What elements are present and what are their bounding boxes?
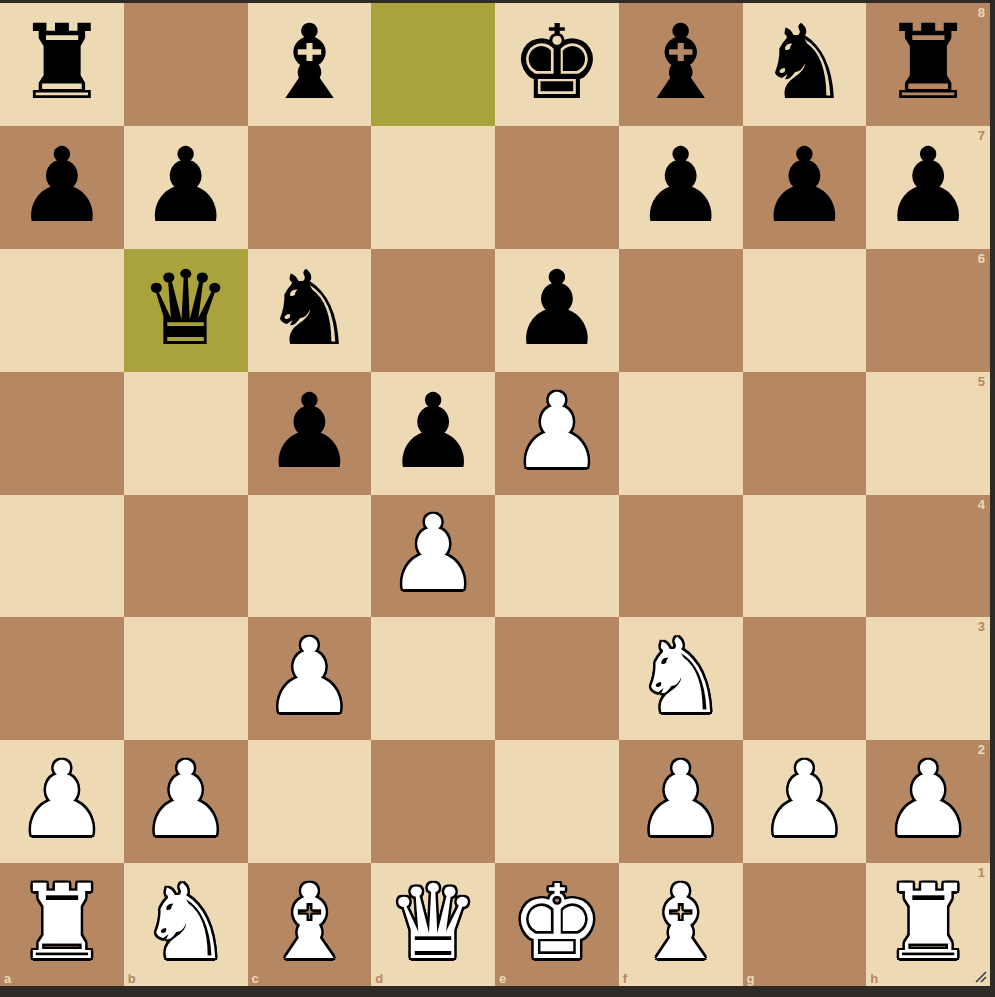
black-pawn[interactable]: ♟ (882, 134, 974, 237)
board-resize-handle[interactable] (973, 969, 987, 983)
square-e6[interactable]: ♟ (495, 249, 619, 372)
square-g1[interactable]: g (743, 863, 867, 986)
square-a3[interactable] (0, 617, 124, 740)
square-h2[interactable]: ♟2 (866, 740, 990, 863)
square-d2[interactable] (371, 740, 495, 863)
square-d5[interactable]: ♟ (371, 372, 495, 495)
square-g4[interactable] (743, 495, 867, 618)
black-pawn[interactable]: ♟ (16, 134, 108, 237)
square-a4[interactable] (0, 495, 124, 618)
square-h7[interactable]: ♟7 (866, 126, 990, 249)
white-queen[interactable]: ♛ (387, 871, 479, 974)
square-g7[interactable]: ♟ (743, 126, 867, 249)
white-pawn[interactable]: ♟ (758, 748, 850, 851)
file-label-e: e (499, 972, 506, 985)
black-king[interactable]: ♚ (511, 11, 603, 114)
square-g5[interactable] (743, 372, 867, 495)
square-b4[interactable] (124, 495, 248, 618)
black-bishop[interactable]: ♝ (634, 11, 726, 114)
square-b1[interactable]: ♞b (124, 863, 248, 986)
black-knight[interactable]: ♞ (758, 11, 850, 114)
black-pawn[interactable]: ♟ (139, 134, 231, 237)
rank-label-6: 6 (978, 252, 985, 265)
black-pawn[interactable]: ♟ (387, 380, 479, 483)
square-c5[interactable]: ♟ (248, 372, 372, 495)
black-knight[interactable]: ♞ (263, 257, 355, 360)
file-label-h: h (870, 972, 878, 985)
chess-app-page: ♜♝♚♝♞♜8♟♟♟♟♟7♛♞♟6♟♟♟5♟4♟♞3♟♟♟♟♟2♜a♞b♝c♛d… (0, 0, 995, 997)
white-pawn[interactable]: ♟ (263, 625, 355, 728)
white-pawn[interactable]: ♟ (139, 748, 231, 851)
square-g8[interactable]: ♞ (743, 3, 867, 126)
black-pawn[interactable]: ♟ (634, 134, 726, 237)
square-g2[interactable]: ♟ (743, 740, 867, 863)
square-a6[interactable] (0, 249, 124, 372)
square-f3[interactable]: ♞ (619, 617, 743, 740)
square-d4[interactable]: ♟ (371, 495, 495, 618)
white-rook[interactable]: ♜ (16, 871, 108, 974)
black-pawn[interactable]: ♟ (511, 257, 603, 360)
square-h3[interactable]: 3 (866, 617, 990, 740)
square-a8[interactable]: ♜ (0, 3, 124, 126)
square-e8[interactable]: ♚ (495, 3, 619, 126)
rank-label-4: 4 (978, 498, 985, 511)
black-rook[interactable]: ♜ (882, 11, 974, 114)
square-d3[interactable] (371, 617, 495, 740)
file-label-d: d (375, 972, 383, 985)
square-b8[interactable] (124, 3, 248, 126)
white-knight[interactable]: ♞ (634, 625, 726, 728)
black-rook[interactable]: ♜ (16, 11, 108, 114)
file-label-g: g (747, 972, 755, 985)
white-king[interactable]: ♚ (511, 871, 603, 974)
file-label-b: b (128, 972, 136, 985)
square-b5[interactable] (124, 372, 248, 495)
black-bishop[interactable]: ♝ (263, 11, 355, 114)
rank-label-7: 7 (978, 129, 985, 142)
square-f5[interactable] (619, 372, 743, 495)
rank-label-2: 2 (978, 743, 985, 756)
square-e3[interactable] (495, 617, 619, 740)
file-label-a: a (4, 972, 11, 985)
square-c2[interactable] (248, 740, 372, 863)
white-pawn[interactable]: ♟ (511, 380, 603, 483)
square-a1[interactable]: ♜a (0, 863, 124, 986)
square-h4[interactable]: 4 (866, 495, 990, 618)
white-rook[interactable]: ♜ (882, 871, 974, 974)
square-f6[interactable] (619, 249, 743, 372)
white-pawn[interactable]: ♟ (387, 502, 479, 605)
chess-board: ♜♝♚♝♞♜8♟♟♟♟♟7♛♞♟6♟♟♟5♟4♟♞3♟♟♟♟♟2♜a♞b♝c♛d… (0, 3, 990, 986)
square-e1[interactable]: ♚e (495, 863, 619, 986)
square-a5[interactable] (0, 372, 124, 495)
square-d7[interactable] (371, 126, 495, 249)
square-b3[interactable] (124, 617, 248, 740)
square-c8[interactable]: ♝ (248, 3, 372, 126)
square-f7[interactable]: ♟ (619, 126, 743, 249)
square-e4[interactable] (495, 495, 619, 618)
square-h1[interactable]: ♜1h (866, 863, 990, 986)
rank-label-3: 3 (978, 620, 985, 633)
rank-label-1: 1 (978, 866, 985, 879)
square-c1[interactable]: ♝c (248, 863, 372, 986)
file-label-c: c (252, 972, 259, 985)
square-h5[interactable]: 5 (866, 372, 990, 495)
square-d1[interactable]: ♛d (371, 863, 495, 986)
black-pawn[interactable]: ♟ (263, 380, 355, 483)
square-f2[interactable]: ♟ (619, 740, 743, 863)
square-b7[interactable]: ♟ (124, 126, 248, 249)
square-g6[interactable] (743, 249, 867, 372)
square-d6[interactable] (371, 249, 495, 372)
square-h6[interactable]: 6 (866, 249, 990, 372)
white-pawn[interactable]: ♟ (882, 748, 974, 851)
square-b2[interactable]: ♟ (124, 740, 248, 863)
square-f4[interactable] (619, 495, 743, 618)
square-g3[interactable] (743, 617, 867, 740)
square-e7[interactable] (495, 126, 619, 249)
square-c4[interactable] (248, 495, 372, 618)
black-queen[interactable]: ♛ (139, 257, 231, 360)
rank-label-8: 8 (978, 6, 985, 19)
square-h8[interactable]: ♜8 (866, 3, 990, 126)
rank-label-5: 5 (978, 375, 985, 388)
white-pawn[interactable]: ♟ (16, 748, 108, 851)
square-f1[interactable]: ♝f (619, 863, 743, 986)
square-a7[interactable]: ♟ (0, 126, 124, 249)
white-knight[interactable]: ♞ (139, 871, 231, 974)
square-c3[interactable]: ♟ (248, 617, 372, 740)
white-pawn[interactable]: ♟ (634, 748, 726, 851)
white-bishop[interactable]: ♝ (263, 871, 355, 974)
black-pawn[interactable]: ♟ (758, 134, 850, 237)
square-f8[interactable]: ♝ (619, 3, 743, 126)
square-e2[interactable] (495, 740, 619, 863)
square-d8[interactable] (371, 3, 495, 126)
square-e5[interactable]: ♟ (495, 372, 619, 495)
white-bishop[interactable]: ♝ (634, 871, 726, 974)
square-b6[interactable]: ♛ (124, 249, 248, 372)
square-c6[interactable]: ♞ (248, 249, 372, 372)
square-c7[interactable] (248, 126, 372, 249)
file-label-f: f (623, 972, 627, 985)
square-a2[interactable]: ♟ (0, 740, 124, 863)
